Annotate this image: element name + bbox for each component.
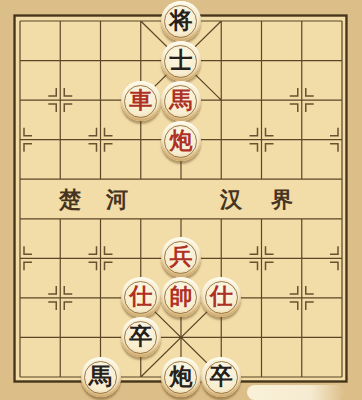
black-soldier-a[interactable]: 卒 (121, 317, 161, 357)
board-cell[interactable] (322, 1, 362, 41)
board-cell[interactable] (282, 81, 322, 121)
board-cell[interactable] (322, 317, 362, 357)
red-soldier[interactable]: 兵 (161, 237, 201, 277)
board-cell[interactable]: 卒 (121, 317, 161, 357)
board-cell[interactable] (161, 199, 201, 237)
piece-label: 炮 (169, 129, 192, 152)
board-cell[interactable] (201, 121, 241, 161)
board-cell[interactable] (282, 199, 322, 237)
red-advisor-left[interactable]: 仕 (121, 277, 161, 317)
board-cell[interactable] (80, 237, 120, 277)
board-cell[interactable] (0, 161, 40, 199)
board-cell[interactable] (322, 41, 362, 81)
board-grid: 将士車馬炮兵仕帥仕卒馬炮卒 (0, 1, 362, 397)
board-cell[interactable] (40, 81, 80, 121)
board-cell[interactable] (40, 357, 80, 397)
board-cell[interactable] (241, 277, 281, 317)
board-cell[interactable] (0, 317, 40, 357)
board-cell[interactable] (80, 81, 120, 121)
board-cell[interactable]: 馬 (80, 357, 120, 397)
board-cell[interactable] (282, 317, 322, 357)
board-cell[interactable] (40, 161, 80, 199)
board-cell[interactable] (121, 199, 161, 237)
board-cell[interactable]: 仕 (201, 277, 241, 317)
red-general[interactable]: 帥 (161, 277, 201, 317)
red-cannon[interactable]: 炮 (161, 121, 201, 161)
board-cell[interactable] (40, 41, 80, 81)
board-cell[interactable] (322, 81, 362, 121)
piece-label: 馬 (89, 365, 112, 388)
board-cell[interactable] (241, 81, 281, 121)
board-cell[interactable] (282, 237, 322, 277)
piece-label: 馬 (169, 89, 192, 112)
board-cell[interactable] (0, 357, 40, 397)
board-cell[interactable] (201, 161, 241, 199)
board-cell[interactable] (201, 1, 241, 41)
board-cell[interactable] (241, 237, 281, 277)
board-cell[interactable] (282, 1, 322, 41)
board-cell[interactable]: 兵 (161, 237, 201, 277)
board-cell[interactable] (40, 237, 80, 277)
black-general[interactable]: 将 (161, 1, 201, 41)
board-cell[interactable]: 車 (121, 81, 161, 121)
board-cell[interactable] (80, 121, 120, 161)
board-cell[interactable] (0, 41, 40, 81)
board-cell[interactable] (80, 161, 120, 199)
black-advisor[interactable]: 士 (161, 41, 201, 81)
board-cell[interactable] (282, 41, 322, 81)
board-cell[interactable]: 卒 (201, 357, 241, 397)
screenshot-root: { "game": "xiangqi", "position": "4k4/4a… (0, 0, 362, 400)
board-cell[interactable]: 炮 (161, 357, 201, 397)
board-cell[interactable]: 将 (161, 1, 201, 41)
board-cell[interactable] (201, 317, 241, 357)
board-cell[interactable] (282, 161, 322, 199)
board-cell[interactable] (241, 317, 281, 357)
piece-label: 帥 (169, 285, 192, 308)
board-cell[interactable] (40, 199, 80, 237)
board-cell[interactable] (161, 161, 201, 199)
board-cell[interactable] (40, 317, 80, 357)
piece-label: 将 (169, 9, 192, 32)
red-chariot[interactable]: 車 (121, 81, 161, 121)
board-cell[interactable]: 仕 (121, 277, 161, 317)
board-cell[interactable] (161, 317, 201, 357)
board-cell[interactable] (322, 199, 362, 237)
board-cell[interactable] (241, 161, 281, 199)
board-cell[interactable] (201, 41, 241, 81)
board-cell[interactable] (80, 41, 120, 81)
board-cell[interactable] (322, 277, 362, 317)
board-cell[interactable] (241, 1, 281, 41)
board-cell[interactable]: 馬 (161, 81, 201, 121)
black-horse[interactable]: 馬 (81, 357, 121, 397)
board-cell[interactable] (121, 161, 161, 199)
board-cell[interactable] (0, 199, 40, 237)
board-cell[interactable] (322, 161, 362, 199)
board-cell[interactable] (80, 199, 120, 237)
board-cell[interactable] (121, 1, 161, 41)
board-cell[interactable] (121, 41, 161, 81)
piece-label: 仕 (129, 285, 152, 308)
board-cell[interactable] (80, 277, 120, 317)
board-cell[interactable] (322, 237, 362, 277)
board-cell[interactable] (241, 199, 281, 237)
board-cell[interactable] (0, 1, 40, 41)
board-cell[interactable] (201, 199, 241, 237)
board-cell[interactable] (241, 41, 281, 81)
board-cell[interactable] (0, 121, 40, 161)
board-cell[interactable]: 炮 (161, 121, 201, 161)
piece-label: 仕 (210, 285, 233, 308)
black-soldier-b[interactable]: 卒 (201, 357, 241, 397)
board-cell[interactable] (282, 121, 322, 161)
piece-label: 炮 (169, 365, 192, 388)
red-advisor-right[interactable]: 仕 (201, 277, 241, 317)
board-cell[interactable] (322, 121, 362, 161)
board-cell[interactable] (80, 317, 120, 357)
board-cell[interactable]: 帥 (161, 277, 201, 317)
board-cell[interactable] (0, 81, 40, 121)
board-cell[interactable] (40, 121, 80, 161)
piece-label: 車 (129, 89, 152, 112)
board-cell[interactable] (40, 277, 80, 317)
board-cell[interactable] (282, 277, 322, 317)
board-cell[interactable] (121, 121, 161, 161)
board-cell[interactable] (0, 277, 40, 317)
board-cell[interactable] (121, 237, 161, 277)
highlight-artifact (247, 385, 345, 400)
board-cell[interactable] (80, 1, 120, 41)
piece-label: 兵 (169, 245, 192, 268)
board-cell[interactable] (0, 237, 40, 277)
piece-label: 卒 (129, 325, 152, 348)
red-horse[interactable]: 馬 (161, 81, 201, 121)
board-cell[interactable] (121, 357, 161, 397)
board-cell[interactable] (241, 121, 281, 161)
black-cannon[interactable]: 炮 (161, 357, 201, 397)
piece-label: 士 (169, 49, 192, 72)
piece-label: 卒 (210, 365, 233, 388)
board-cell[interactable]: 士 (161, 41, 201, 81)
board-cell[interactable] (201, 81, 241, 121)
board-cell[interactable] (40, 1, 80, 41)
board-cell[interactable] (201, 237, 241, 277)
